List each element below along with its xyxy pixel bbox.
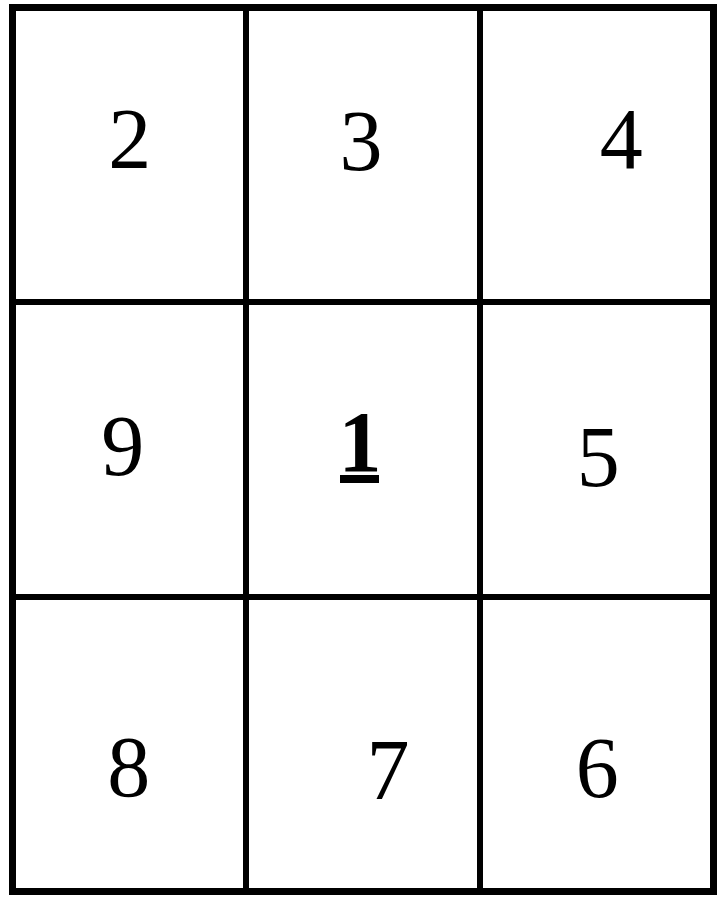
- cell-r2-c3: 5: [483, 305, 710, 593]
- cell-value-r1-c3: 4: [600, 96, 643, 182]
- highlighted-cell-wrap: 1: [338, 399, 381, 485]
- cell-value-r2-c3: 5: [577, 414, 620, 500]
- number-grid-board: 2 3 4 9 1 5 8 7 6: [9, 4, 717, 895]
- cell-r2-c1: 9: [16, 305, 243, 593]
- cell-r2-c2: 1: [249, 305, 476, 593]
- cell-r1-c1: 2: [16, 11, 243, 299]
- cell-value-r1-c1: 2: [108, 96, 151, 182]
- cell-value-r1-c2: 3: [339, 98, 382, 184]
- cell-value-r3-c2: 7: [366, 727, 409, 813]
- cell-r3-c3: 6: [483, 600, 710, 888]
- underline-mark: [340, 475, 379, 483]
- cell-r3-c2: 7: [249, 600, 476, 888]
- cell-value-r3-c1: 8: [107, 724, 150, 810]
- page: 2 3 4 9 1 5 8 7 6: [0, 0, 720, 898]
- cell-value-r3-c3: 6: [576, 725, 619, 811]
- cell-r1-c3: 4: [483, 11, 710, 299]
- cell-r3-c1: 8: [16, 600, 243, 888]
- cell-r1-c2: 3: [249, 11, 476, 299]
- cell-value-r2-c1: 9: [101, 403, 144, 489]
